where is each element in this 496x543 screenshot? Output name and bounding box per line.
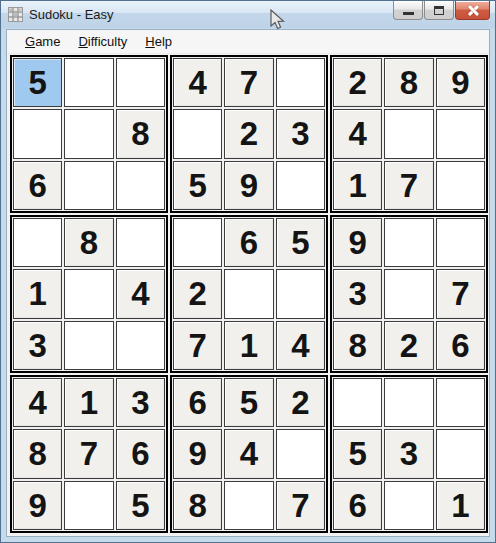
cell-r2c3[interactable]: 8 <box>116 109 165 158</box>
cell-r3c5[interactable]: 9 <box>224 161 273 210</box>
cell-r8c7[interactable]: 5 <box>333 429 382 478</box>
cell-r9c5[interactable] <box>224 481 273 530</box>
box-3: 289417 <box>330 55 488 213</box>
cell-r1c1[interactable]: 5 <box>13 58 62 107</box>
cell-r3c9[interactable] <box>436 161 485 210</box>
cell-r8c2[interactable]: 7 <box>64 429 113 478</box>
cell-r9c2[interactable] <box>64 481 113 530</box>
cell-r7c4[interactable]: 6 <box>173 378 222 427</box>
cell-r2c7[interactable]: 4 <box>333 109 382 158</box>
cell-r7c9[interactable] <box>436 378 485 427</box>
minimize-button[interactable] <box>393 1 423 20</box>
cell-r9c4[interactable]: 8 <box>173 481 222 530</box>
box-8: 6529487 <box>170 375 328 533</box>
close-icon <box>467 5 479 15</box>
sudoku-app-icon <box>8 7 23 22</box>
cell-r8c9[interactable] <box>436 429 485 478</box>
cell-r4c5[interactable]: 6 <box>224 218 273 267</box>
cell-r5c3[interactable]: 4 <box>116 269 165 318</box>
window-title: Sudoku - Easy <box>29 7 114 22</box>
cell-r8c4[interactable]: 9 <box>173 429 222 478</box>
cell-r3c1[interactable]: 6 <box>13 161 62 210</box>
client-area: Game Difficulty Help 5864723592894178143… <box>6 29 490 537</box>
cell-r8c6[interactable] <box>276 429 325 478</box>
title-bar[interactable]: Sudoku - Easy <box>1 1 495 28</box>
cell-r6c7[interactable]: 8 <box>333 321 382 370</box>
cell-r5c2[interactable] <box>64 269 113 318</box>
cell-r8c8[interactable]: 3 <box>384 429 433 478</box>
cell-r2c9[interactable] <box>436 109 485 158</box>
cell-r5c5[interactable] <box>224 269 273 318</box>
maximize-button[interactable] <box>424 1 454 20</box>
cell-r6c6[interactable]: 4 <box>276 321 325 370</box>
cell-r2c8[interactable] <box>384 109 433 158</box>
cell-r9c9[interactable]: 1 <box>436 481 485 530</box>
menu-difficulty[interactable]: Difficulty <box>69 31 136 52</box>
cell-r5c1[interactable]: 1 <box>13 269 62 318</box>
cell-r7c6[interactable]: 2 <box>276 378 325 427</box>
cell-r1c7[interactable]: 2 <box>333 58 382 107</box>
caption-buttons <box>393 1 490 20</box>
cell-r4c4[interactable] <box>173 218 222 267</box>
box-1: 586 <box>10 55 168 213</box>
cell-r9c7[interactable]: 6 <box>333 481 382 530</box>
sudoku-board: 5864723592894178143652714937826413876956… <box>10 55 488 533</box>
cell-r5c8[interactable] <box>384 269 433 318</box>
cell-r4c9[interactable] <box>436 218 485 267</box>
cell-r9c8[interactable] <box>384 481 433 530</box>
cell-r2c1[interactable] <box>13 109 62 158</box>
cell-r1c8[interactable]: 8 <box>384 58 433 107</box>
close-button[interactable] <box>455 1 490 20</box>
app-window: Sudoku - Easy Game Difficulty Help 58647… <box>0 0 496 543</box>
cell-r9c3[interactable]: 5 <box>116 481 165 530</box>
cell-r5c4[interactable]: 2 <box>173 269 222 318</box>
cell-r7c8[interactable] <box>384 378 433 427</box>
cell-r6c3[interactable] <box>116 321 165 370</box>
cell-r3c8[interactable]: 7 <box>384 161 433 210</box>
cell-r6c9[interactable]: 6 <box>436 321 485 370</box>
cell-r2c6[interactable]: 3 <box>276 109 325 158</box>
cell-r9c6[interactable]: 7 <box>276 481 325 530</box>
box-4: 8143 <box>10 215 168 373</box>
cell-r3c6[interactable] <box>276 161 325 210</box>
cell-r1c3[interactable] <box>116 58 165 107</box>
cell-r4c3[interactable] <box>116 218 165 267</box>
cell-r1c4[interactable]: 4 <box>173 58 222 107</box>
cell-r1c9[interactable]: 9 <box>436 58 485 107</box>
box-2: 472359 <box>170 55 328 213</box>
cell-r3c4[interactable]: 5 <box>173 161 222 210</box>
cell-r2c5[interactable]: 2 <box>224 109 273 158</box>
cell-r8c1[interactable]: 8 <box>13 429 62 478</box>
cell-r5c9[interactable]: 7 <box>436 269 485 318</box>
menu-bar: Game Difficulty Help <box>7 30 489 54</box>
cell-r6c4[interactable]: 7 <box>173 321 222 370</box>
cell-r4c1[interactable] <box>13 218 62 267</box>
box-7: 41387695 <box>10 375 168 533</box>
cell-r7c5[interactable]: 5 <box>224 378 273 427</box>
cell-r8c3[interactable]: 6 <box>116 429 165 478</box>
cell-r5c6[interactable] <box>276 269 325 318</box>
cell-r7c1[interactable]: 4 <box>13 378 62 427</box>
cell-r6c8[interactable]: 2 <box>384 321 433 370</box>
box-6: 937826 <box>330 215 488 373</box>
cell-r3c7[interactable]: 1 <box>333 161 382 210</box>
cell-r6c5[interactable]: 1 <box>224 321 273 370</box>
cell-r1c5[interactable]: 7 <box>224 58 273 107</box>
cell-r2c2[interactable] <box>64 109 113 158</box>
cell-r3c2[interactable] <box>64 161 113 210</box>
cell-r3c3[interactable] <box>116 161 165 210</box>
cell-r4c6[interactable]: 5 <box>276 218 325 267</box>
minimize-icon <box>403 12 414 15</box>
cell-r7c3[interactable]: 3 <box>116 378 165 427</box>
cell-r7c7[interactable] <box>333 378 382 427</box>
cell-r2c4[interactable] <box>173 109 222 158</box>
box-5: 652714 <box>170 215 328 373</box>
box-9: 5361 <box>330 375 488 533</box>
cell-r6c1[interactable]: 3 <box>13 321 62 370</box>
menu-game[interactable]: Game <box>16 31 69 52</box>
menu-help[interactable]: Help <box>136 31 181 52</box>
cell-r4c7[interactable]: 9 <box>333 218 382 267</box>
mouse-cursor <box>269 9 287 31</box>
cell-r5c7[interactable]: 3 <box>333 269 382 318</box>
cell-r8c5[interactable]: 4 <box>224 429 273 478</box>
cell-r9c1[interactable]: 9 <box>13 481 62 530</box>
cell-r7c2[interactable]: 1 <box>64 378 113 427</box>
maximize-icon <box>434 6 444 15</box>
cell-r1c6[interactable] <box>276 58 325 107</box>
cell-r4c2[interactable]: 8 <box>64 218 113 267</box>
cell-r4c8[interactable] <box>384 218 433 267</box>
cell-r6c2[interactable] <box>64 321 113 370</box>
cell-r1c2[interactable] <box>64 58 113 107</box>
